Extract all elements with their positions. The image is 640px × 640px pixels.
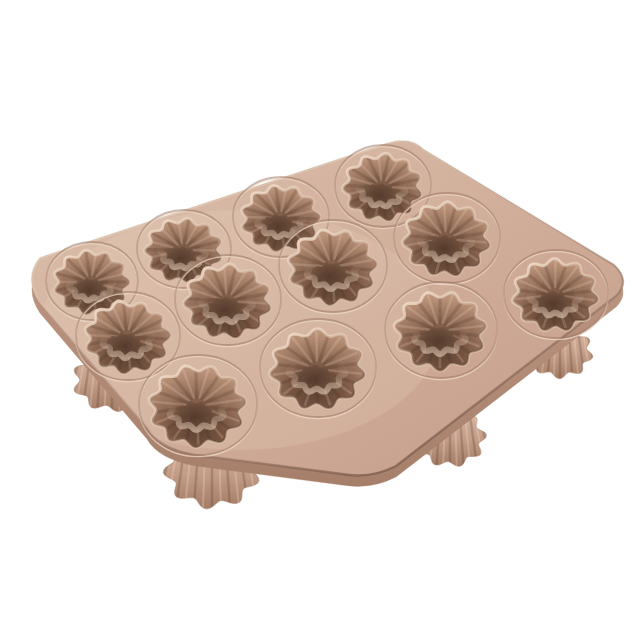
product-photo-stage [0,0,640,640]
cavity-3-1 [139,355,257,457]
cavity-2-2 [175,255,281,347]
cavity-2-3 [279,220,387,314]
cavity-2-4 [394,193,500,285]
cavity-1-4 [335,145,431,229]
cavity-3-3 [385,282,497,380]
canele-pan-photo [0,0,640,640]
cavity-3-2 [260,319,376,419]
cavity-2-1 [76,292,180,382]
cavity-3-4 [504,250,608,340]
